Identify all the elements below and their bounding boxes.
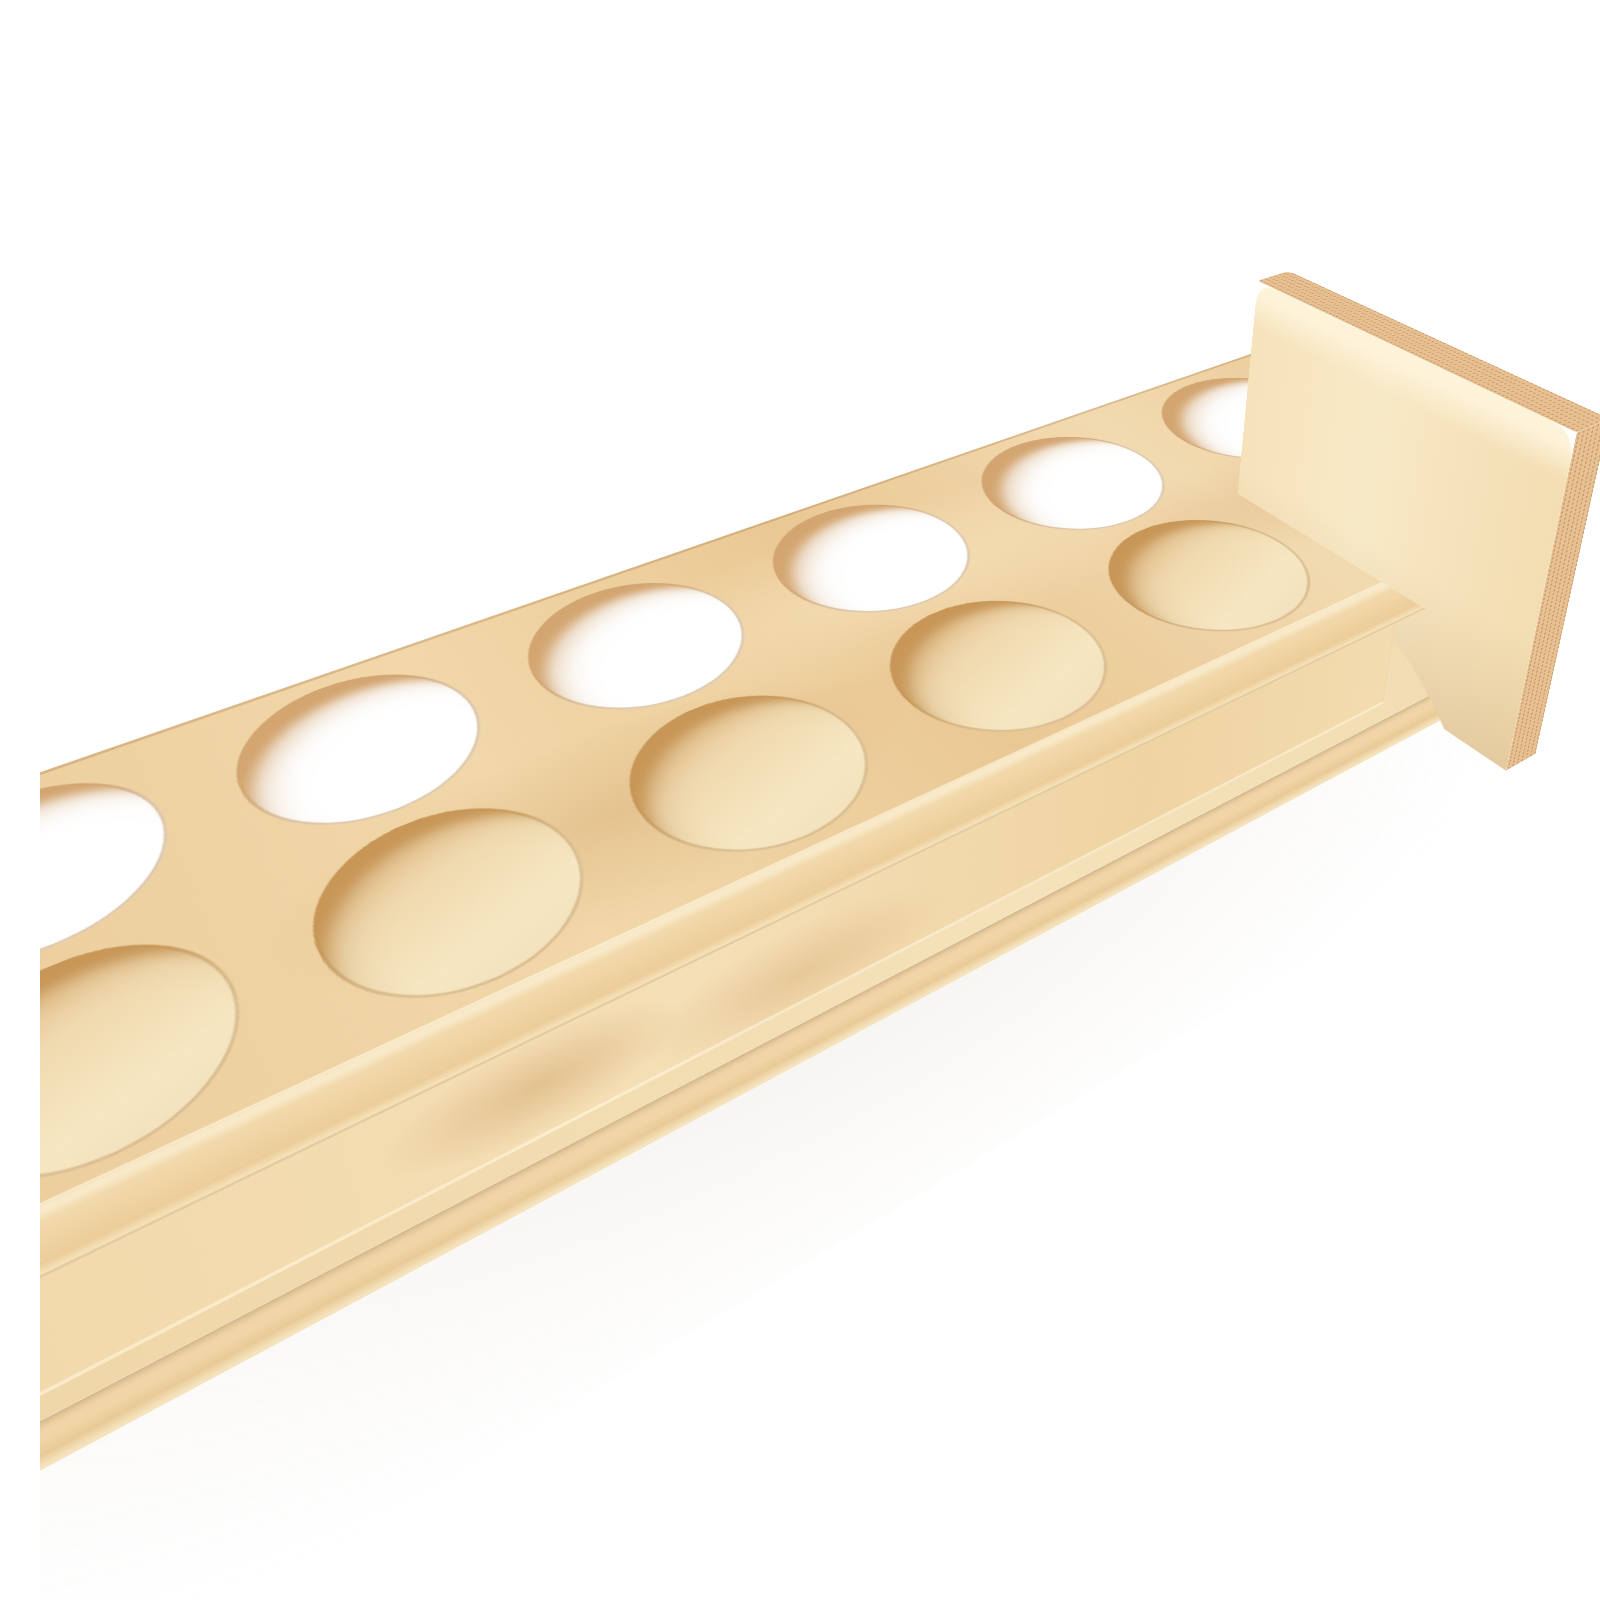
product-photo: A light natural bamboo two-tier rack pho… [40, 16, 1600, 1600]
photo-scene [40, 16, 1600, 1600]
